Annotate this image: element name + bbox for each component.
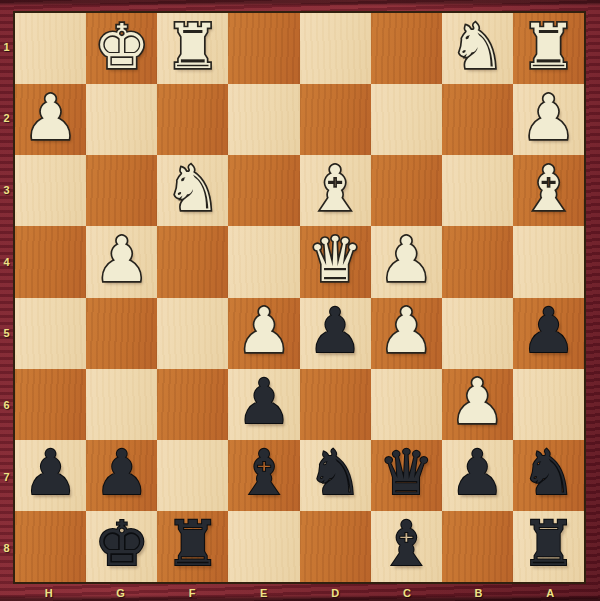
square-f8[interactable]: [157, 511, 228, 582]
file-label-e: E: [228, 584, 300, 601]
square-h4[interactable]: [15, 226, 86, 297]
white-knight-piece[interactable]: [157, 155, 228, 226]
square-g8[interactable]: [86, 511, 157, 582]
square-c3[interactable]: [371, 155, 442, 226]
rank-label-7: 7: [0, 441, 13, 513]
square-d7[interactable]: [300, 440, 371, 511]
square-e7[interactable]: [228, 440, 299, 511]
chess-board-frame: 12345678 HGFEDCBA: [0, 0, 600, 601]
square-d6[interactable]: [300, 369, 371, 440]
white-bishop-piece[interactable]: [513, 155, 584, 226]
black-pawn-piece[interactable]: [86, 440, 157, 511]
square-b5[interactable]: [442, 298, 513, 369]
square-f2[interactable]: [157, 84, 228, 155]
square-d4[interactable]: [300, 226, 371, 297]
file-labels: HGFEDCBA: [13, 584, 586, 601]
square-c6[interactable]: [371, 369, 442, 440]
square-g7[interactable]: [86, 440, 157, 511]
file-label-d: D: [300, 584, 372, 601]
rank-label-4: 4: [0, 226, 13, 298]
square-c4[interactable]: [371, 226, 442, 297]
square-f3[interactable]: [157, 155, 228, 226]
square-a8[interactable]: [513, 511, 584, 582]
square-g2[interactable]: [86, 84, 157, 155]
rank-label-1: 1: [0, 11, 13, 83]
file-label-c: C: [371, 584, 443, 601]
black-knight-piece[interactable]: [513, 440, 584, 511]
square-b8[interactable]: [442, 511, 513, 582]
black-rook-piece[interactable]: [513, 511, 584, 582]
square-e2[interactable]: [228, 84, 299, 155]
white-pawn-piece[interactable]: [228, 298, 299, 369]
square-b7[interactable]: [442, 440, 513, 511]
square-g6[interactable]: [86, 369, 157, 440]
rank-label-2: 2: [0, 83, 13, 155]
square-g1[interactable]: [86, 13, 157, 84]
square-c8[interactable]: [371, 511, 442, 582]
square-h8[interactable]: [15, 511, 86, 582]
square-e8[interactable]: [228, 511, 299, 582]
square-b6[interactable]: [442, 369, 513, 440]
file-label-f: F: [156, 584, 228, 601]
black-pawn-piece[interactable]: [442, 440, 513, 511]
square-e4[interactable]: [228, 226, 299, 297]
square-h1[interactable]: [15, 13, 86, 84]
square-c1[interactable]: [371, 13, 442, 84]
square-g5[interactable]: [86, 298, 157, 369]
black-rook-piece[interactable]: [157, 511, 228, 582]
square-d1[interactable]: [300, 13, 371, 84]
square-d5[interactable]: [300, 298, 371, 369]
square-f5[interactable]: [157, 298, 228, 369]
square-f1[interactable]: [157, 13, 228, 84]
square-d3[interactable]: [300, 155, 371, 226]
white-pawn-piece[interactable]: [442, 369, 513, 440]
square-g4[interactable]: [86, 226, 157, 297]
white-pawn-piece[interactable]: [371, 226, 442, 297]
white-knight-piece[interactable]: [442, 13, 513, 84]
rank-label-3: 3: [0, 154, 13, 226]
rank-label-5: 5: [0, 298, 13, 370]
square-h7[interactable]: [15, 440, 86, 511]
square-a4[interactable]: [513, 226, 584, 297]
square-c2[interactable]: [371, 84, 442, 155]
black-pawn-piece[interactable]: [228, 369, 299, 440]
white-pawn-piece[interactable]: [86, 226, 157, 297]
black-pawn-piece[interactable]: [300, 298, 371, 369]
square-f7[interactable]: [157, 440, 228, 511]
square-e3[interactable]: [228, 155, 299, 226]
black-knight-piece[interactable]: [300, 440, 371, 511]
square-f4[interactable]: [157, 226, 228, 297]
black-pawn-piece[interactable]: [15, 440, 86, 511]
rank-label-6: 6: [0, 369, 13, 441]
square-g3[interactable]: [86, 155, 157, 226]
white-queen-piece[interactable]: [300, 226, 371, 297]
square-a7[interactable]: [513, 440, 584, 511]
white-pawn-piece[interactable]: [15, 84, 86, 155]
square-d2[interactable]: [300, 84, 371, 155]
square-h3[interactable]: [15, 155, 86, 226]
rank-label-8: 8: [0, 512, 13, 584]
square-a3[interactable]: [513, 155, 584, 226]
square-b4[interactable]: [442, 226, 513, 297]
square-c5[interactable]: [371, 298, 442, 369]
square-b1[interactable]: [442, 13, 513, 84]
rank-labels: 12345678: [0, 11, 13, 584]
square-e6[interactable]: [228, 369, 299, 440]
square-a1[interactable]: [513, 13, 584, 84]
square-b2[interactable]: [442, 84, 513, 155]
white-king-piece[interactable]: [86, 13, 157, 84]
black-bishop-piece[interactable]: [228, 440, 299, 511]
white-bishop-piece[interactable]: [300, 155, 371, 226]
black-pawn-piece[interactable]: [513, 298, 584, 369]
square-e5[interactable]: [228, 298, 299, 369]
square-a5[interactable]: [513, 298, 584, 369]
file-label-b: B: [443, 584, 515, 601]
square-f6[interactable]: [157, 369, 228, 440]
square-a2[interactable]: [513, 84, 584, 155]
white-rook-piece[interactable]: [157, 13, 228, 84]
white-pawn-piece[interactable]: [513, 84, 584, 155]
black-bishop-piece[interactable]: [371, 511, 442, 582]
square-a6[interactable]: [513, 369, 584, 440]
square-h5[interactable]: [15, 298, 86, 369]
square-d8[interactable]: [300, 511, 371, 582]
black-king-piece[interactable]: [86, 511, 157, 582]
square-e1[interactable]: [228, 13, 299, 84]
square-h6[interactable]: [15, 369, 86, 440]
black-queen-piece[interactable]: [371, 440, 442, 511]
white-rook-piece[interactable]: [513, 13, 584, 84]
file-label-h: H: [13, 584, 85, 601]
chess-board: [13, 11, 586, 584]
file-label-g: G: [85, 584, 157, 601]
white-pawn-piece[interactable]: [371, 298, 442, 369]
square-h2[interactable]: [15, 84, 86, 155]
file-label-a: A: [514, 584, 586, 601]
square-c7[interactable]: [371, 440, 442, 511]
square-b3[interactable]: [442, 155, 513, 226]
